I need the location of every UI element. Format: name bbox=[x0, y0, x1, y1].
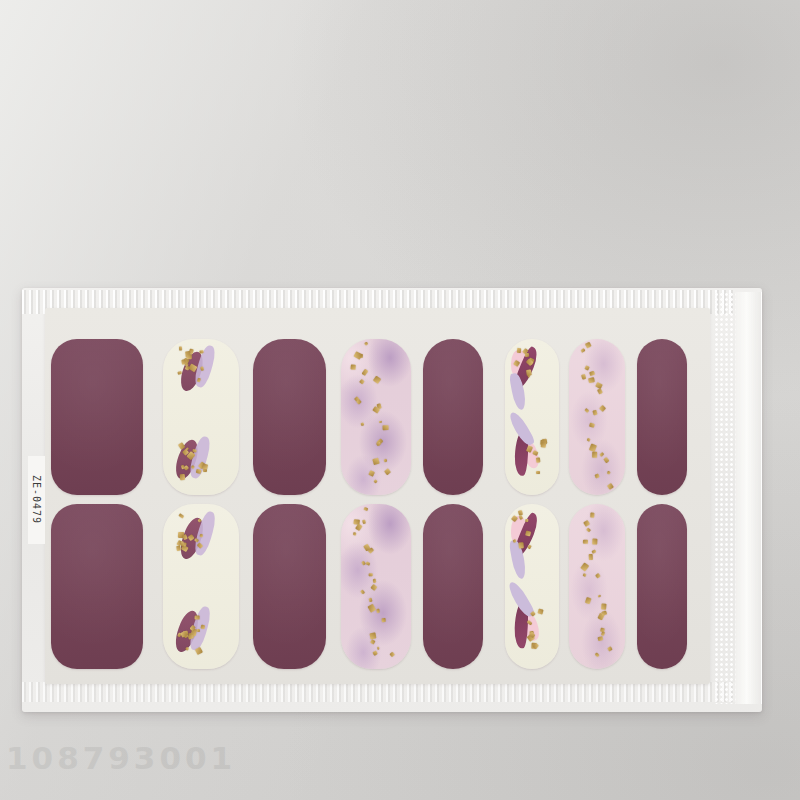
gold-foil-fleck bbox=[597, 389, 603, 395]
nail-sticker-pink-gold bbox=[569, 504, 625, 669]
gold-foil-fleck bbox=[200, 350, 204, 353]
gold-foil-fleck bbox=[373, 376, 381, 384]
gold-foil-fleck bbox=[518, 542, 523, 548]
gold-foil-fleck bbox=[193, 449, 197, 453]
gold-foil-fleck bbox=[581, 349, 586, 353]
gold-foil-fleck bbox=[372, 651, 378, 656]
gold-foil-fleck bbox=[603, 457, 609, 463]
gold-foil-fleck bbox=[373, 479, 378, 484]
nail-sticker-lavender-marble bbox=[341, 504, 411, 669]
gold-foil-fleck bbox=[584, 365, 590, 371]
gold-foil-fleck bbox=[379, 420, 382, 423]
nail-sticker-cream-floral bbox=[505, 504, 559, 669]
gold-foil-fleck bbox=[376, 442, 381, 446]
nail-sticker-solid-plum bbox=[637, 339, 687, 495]
gold-foil-fleck bbox=[592, 452, 597, 458]
gold-foil-fleck bbox=[354, 351, 363, 360]
gold-foil-fleck bbox=[360, 589, 365, 594]
gold-foil-fleck bbox=[195, 615, 200, 619]
petal-cluster bbox=[520, 440, 542, 470]
sheet-code-label: ZE-0479 bbox=[28, 456, 45, 544]
gold-foil-fleck bbox=[382, 425, 388, 431]
plastic-package: ZE-0479 bbox=[22, 288, 762, 712]
gold-foil-fleck bbox=[583, 520, 590, 527]
gold-foil-fleck bbox=[186, 354, 192, 359]
gold-foil-fleck bbox=[536, 458, 541, 463]
gold-foil-fleck bbox=[607, 470, 611, 474]
stitched-seam-right bbox=[714, 292, 736, 704]
gold-foil-fleck bbox=[592, 409, 597, 415]
gold-foil-fleck bbox=[598, 636, 604, 641]
gold-foil-fleck bbox=[196, 469, 201, 474]
gold-foil-fleck bbox=[202, 463, 208, 469]
gold-foil-fleck bbox=[599, 404, 606, 411]
gold-foil-fleck bbox=[362, 368, 369, 375]
gold-foil-fleck bbox=[369, 470, 376, 477]
gold-foil-fleck bbox=[368, 573, 372, 577]
gold-foil-fleck bbox=[527, 544, 532, 549]
gold-foil-fleck bbox=[376, 608, 380, 613]
gold-foil-fleck bbox=[526, 369, 532, 376]
nail-sticker-cream-gold bbox=[163, 339, 239, 495]
gold-foil-fleck bbox=[353, 531, 356, 535]
gold-foil-fleck bbox=[363, 507, 368, 511]
gold-foil-fleck bbox=[362, 519, 366, 523]
gold-foil-fleck bbox=[536, 471, 540, 474]
watermark-text: 108793001 bbox=[6, 740, 236, 776]
gold-foil-fleck bbox=[593, 538, 599, 544]
gold-foil-fleck bbox=[590, 513, 595, 518]
gold-foil-fleck bbox=[180, 541, 184, 546]
gold-foil-fleck bbox=[381, 618, 386, 622]
brushstroke-cluster bbox=[163, 417, 239, 495]
gold-foil-fleck bbox=[588, 554, 593, 560]
gold-foil-fleck bbox=[378, 647, 380, 650]
gold-foil-fleck bbox=[369, 598, 373, 603]
gold-foil-fleck bbox=[371, 458, 379, 465]
gold-foil-fleck bbox=[541, 443, 546, 448]
gold-foil-fleck bbox=[359, 379, 364, 384]
gold-foil-fleck bbox=[516, 348, 521, 354]
nail-sticker-solid-plum bbox=[423, 504, 483, 669]
gold-foil-fleck bbox=[538, 609, 544, 615]
gold-foil-fleck bbox=[607, 483, 614, 490]
gold-foil-fleck bbox=[370, 639, 376, 644]
gold-foil-fleck bbox=[583, 539, 588, 543]
crimped-seal-bottom bbox=[22, 682, 736, 702]
gold-foil-fleck bbox=[587, 438, 591, 442]
gold-foil-fleck bbox=[384, 458, 388, 462]
gold-foil-fleck bbox=[598, 594, 602, 598]
nail-sticker-solid-plum bbox=[637, 504, 687, 669]
gold-foil-fleck bbox=[370, 584, 377, 591]
nail-sticker-solid-plum bbox=[253, 504, 326, 669]
gold-foil-fleck bbox=[599, 452, 604, 457]
gold-foil-fleck bbox=[368, 604, 376, 613]
nail-sticker-cream-gold bbox=[163, 504, 239, 669]
gold-foil-fleck bbox=[383, 469, 390, 476]
gold-foil-fleck bbox=[589, 422, 595, 427]
sheet-code-text: ZE-0479 bbox=[31, 475, 42, 524]
gold-foil-fleck bbox=[583, 574, 587, 578]
nail-sticker-solid-plum bbox=[51, 504, 143, 669]
gold-foil-fleck bbox=[351, 364, 356, 369]
bag-edge-flap bbox=[735, 292, 762, 704]
gold-foil-fleck bbox=[179, 474, 184, 480]
nail-sticker-solid-plum bbox=[253, 339, 326, 495]
nail-sticker-solid-plum bbox=[423, 339, 483, 495]
sticker-sheet: ZE-0479 bbox=[45, 308, 710, 684]
gold-foil-fleck bbox=[591, 549, 596, 554]
gold-foil-fleck bbox=[585, 598, 591, 605]
gold-foil-fleck bbox=[365, 562, 369, 566]
gold-foil-fleck bbox=[595, 574, 600, 579]
gold-foil-fleck bbox=[601, 603, 607, 609]
gold-foil-fleck bbox=[364, 342, 368, 346]
gold-foil-fleck bbox=[594, 652, 599, 657]
gold-foil-fleck bbox=[581, 374, 587, 380]
nail-sticker-cream-floral bbox=[505, 339, 559, 495]
gold-foil-fleck bbox=[585, 408, 590, 413]
photo-scene: ZE-0479 108793001 bbox=[0, 0, 800, 800]
gold-foil-fleck bbox=[586, 528, 591, 533]
nail-sticker-solid-plum bbox=[51, 339, 143, 495]
gold-foil-fleck bbox=[588, 377, 595, 383]
gold-foil-fleck bbox=[594, 473, 599, 478]
gold-foil-fleck bbox=[589, 443, 597, 452]
gold-foil-fleck bbox=[585, 342, 591, 348]
nail-sticker-pink-gold bbox=[569, 339, 625, 495]
gold-foil-fleck bbox=[581, 563, 589, 572]
gold-foil-fleck bbox=[601, 611, 607, 616]
gold-foil-fleck bbox=[369, 632, 376, 639]
gold-foil-fleck bbox=[361, 422, 365, 426]
gold-foil-fleck bbox=[372, 578, 376, 582]
gold-foil-fleck bbox=[390, 652, 396, 658]
gold-foil-fleck bbox=[590, 371, 596, 377]
gold-foil-fleck bbox=[525, 518, 529, 522]
gold-foil-fleck bbox=[356, 399, 361, 404]
gold-foil-fleck bbox=[607, 647, 612, 652]
nail-sticker-lavender-marble bbox=[341, 339, 411, 495]
